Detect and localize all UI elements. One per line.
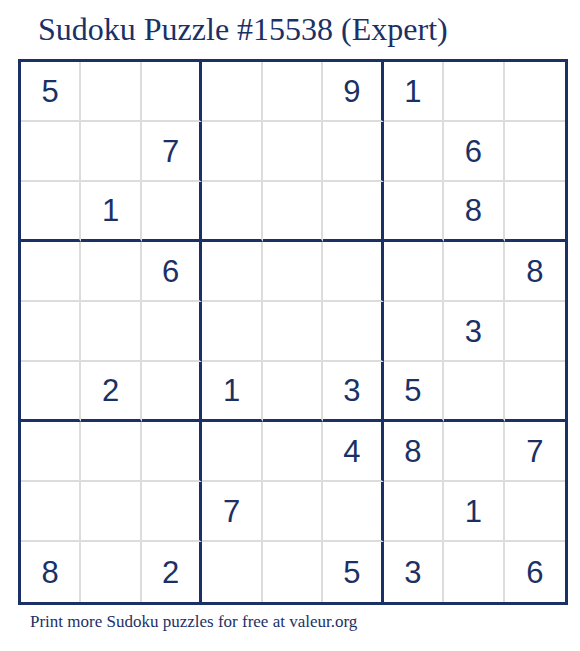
- cell-r8c3: [142, 482, 202, 542]
- cell-r8c9: [505, 482, 565, 542]
- cell-r6c3: [142, 362, 202, 422]
- page-title: Sudoku Puzzle #15538 (Expert): [38, 11, 448, 48]
- cell-r2c7: [384, 122, 444, 182]
- cell-r5c2: [81, 302, 141, 362]
- cell-r6c5: [263, 362, 323, 422]
- cell-r2c5: [263, 122, 323, 182]
- cell-r5c7: [384, 302, 444, 362]
- cell-r3c5: [263, 182, 323, 242]
- cell-r7c3: [142, 422, 202, 482]
- cell-r4c5: [263, 242, 323, 302]
- cell-r7c2: [81, 422, 141, 482]
- cell-r5c8: 3: [444, 302, 504, 362]
- cell-r5c9: [505, 302, 565, 362]
- cell-r3c8: 8: [444, 182, 504, 242]
- cell-r6c6: 3: [323, 362, 383, 422]
- cell-r9c6: 5: [323, 542, 383, 602]
- cell-r2c1: [21, 122, 81, 182]
- cell-r7c4: [202, 422, 262, 482]
- cell-r6c9: [505, 362, 565, 422]
- footer-text: Print more Sudoku puzzles for free at va…: [30, 612, 357, 632]
- cell-r9c2: [81, 542, 141, 602]
- cell-r5c5: [263, 302, 323, 362]
- sudoku-page: Sudoku Puzzle #15538 (Expert) 5917618683…: [0, 0, 580, 651]
- cell-r1c8: [444, 62, 504, 122]
- cell-r2c9: [505, 122, 565, 182]
- cell-r3c7: [384, 182, 444, 242]
- cell-r7c8: [444, 422, 504, 482]
- cell-r9c8: [444, 542, 504, 602]
- cell-r3c6: [323, 182, 383, 242]
- cell-r1c6: 9: [323, 62, 383, 122]
- cell-r1c3: [142, 62, 202, 122]
- cell-r2c2: [81, 122, 141, 182]
- cell-r5c3: [142, 302, 202, 362]
- cell-r4c1: [21, 242, 81, 302]
- cell-r6c2: 2: [81, 362, 141, 422]
- cell-r4c6: [323, 242, 383, 302]
- cell-r4c8: [444, 242, 504, 302]
- cell-r6c7: 5: [384, 362, 444, 422]
- cell-r4c9: 8: [505, 242, 565, 302]
- cell-r6c4: 1: [202, 362, 262, 422]
- cell-r5c1: [21, 302, 81, 362]
- cell-r1c7: 1: [384, 62, 444, 122]
- cell-r8c1: [21, 482, 81, 542]
- cell-r6c8: [444, 362, 504, 422]
- cell-r5c4: [202, 302, 262, 362]
- cell-r7c7: 8: [384, 422, 444, 482]
- cell-r9c1: 8: [21, 542, 81, 602]
- cell-r5c6: [323, 302, 383, 362]
- cell-r8c8: 1: [444, 482, 504, 542]
- cell-r7c1: [21, 422, 81, 482]
- cell-r4c4: [202, 242, 262, 302]
- cell-r6c1: [21, 362, 81, 422]
- cell-r1c1: 5: [21, 62, 81, 122]
- cell-r4c2: [81, 242, 141, 302]
- cell-r7c9: 7: [505, 422, 565, 482]
- sudoku-board: 591761868321354877182536: [18, 59, 568, 605]
- cell-r2c6: [323, 122, 383, 182]
- cell-r1c2: [81, 62, 141, 122]
- cell-r3c1: [21, 182, 81, 242]
- cell-r7c6: 4: [323, 422, 383, 482]
- cell-r1c5: [263, 62, 323, 122]
- cell-r3c2: 1: [81, 182, 141, 242]
- cell-r8c4: 7: [202, 482, 262, 542]
- cell-r4c7: [384, 242, 444, 302]
- cell-r8c5: [263, 482, 323, 542]
- cell-r3c4: [202, 182, 262, 242]
- cell-r1c9: [505, 62, 565, 122]
- cell-r9c9: 6: [505, 542, 565, 602]
- cell-r7c5: [263, 422, 323, 482]
- cell-r8c6: [323, 482, 383, 542]
- cell-r4c3: 6: [142, 242, 202, 302]
- cell-r3c3: [142, 182, 202, 242]
- cell-r9c5: [263, 542, 323, 602]
- cell-r3c9: [505, 182, 565, 242]
- cell-r2c4: [202, 122, 262, 182]
- cell-r9c4: [202, 542, 262, 602]
- cell-r9c3: 2: [142, 542, 202, 602]
- cell-r8c7: [384, 482, 444, 542]
- cell-r9c7: 3: [384, 542, 444, 602]
- cell-r2c3: 7: [142, 122, 202, 182]
- cell-r2c8: 6: [444, 122, 504, 182]
- cell-r8c2: [81, 482, 141, 542]
- cell-r1c4: [202, 62, 262, 122]
